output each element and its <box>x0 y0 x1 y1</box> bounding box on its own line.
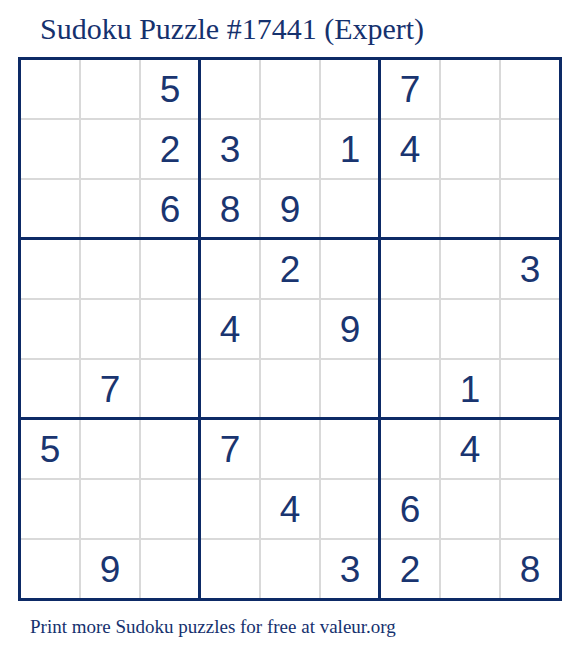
cell-r8-c5: 4 <box>261 480 319 538</box>
cell-r7-c6 <box>321 420 379 478</box>
cell-r1-c8 <box>441 60 499 118</box>
cell-r9-c3 <box>141 540 199 598</box>
cell-r6-c8: 1 <box>441 360 499 418</box>
cell-r8-c7: 6 <box>381 480 439 538</box>
cell-r5-c7 <box>381 300 439 358</box>
cell-r9-c2: 9 <box>81 540 139 598</box>
cell-r1-c1 <box>21 60 79 118</box>
cell-r3-c8 <box>441 180 499 238</box>
cell-r9-c6: 3 <box>321 540 379 598</box>
cell-r6-c9 <box>501 360 559 418</box>
cell-r7-c8: 4 <box>441 420 499 478</box>
cell-r2-c8 <box>441 120 499 178</box>
cell-r9-c9: 8 <box>501 540 559 598</box>
cell-r5-c4: 4 <box>201 300 259 358</box>
cell-r3-c6 <box>321 180 379 238</box>
cell-r9-c5 <box>261 540 319 598</box>
cell-r4-c4 <box>201 240 259 298</box>
cell-r8-c9 <box>501 480 559 538</box>
cell-r8-c8 <box>441 480 499 538</box>
cell-r5-c9 <box>501 300 559 358</box>
cell-r1-c7: 7 <box>381 60 439 118</box>
cell-r1-c9 <box>501 60 559 118</box>
cell-r5-c1 <box>21 300 79 358</box>
cell-r2-c6: 1 <box>321 120 379 178</box>
cell-r8-c3 <box>141 480 199 538</box>
cell-r3-c7 <box>381 180 439 238</box>
cell-r9-c7: 2 <box>381 540 439 598</box>
cell-r3-c5: 9 <box>261 180 319 238</box>
footer-text: Print more Sudoku puzzles for free at va… <box>30 616 396 638</box>
cell-r4-c9: 3 <box>501 240 559 298</box>
cell-r6-c3 <box>141 360 199 418</box>
cell-r2-c5 <box>261 120 319 178</box>
cell-r4-c1 <box>21 240 79 298</box>
cell-r7-c5 <box>261 420 319 478</box>
cell-r6-c6 <box>321 360 379 418</box>
cell-r6-c4 <box>201 360 259 418</box>
cell-r5-c3 <box>141 300 199 358</box>
cell-r2-c7: 4 <box>381 120 439 178</box>
cell-r1-c4 <box>201 60 259 118</box>
cell-r4-c6 <box>321 240 379 298</box>
cell-r4-c8 <box>441 240 499 298</box>
cell-r4-c5: 2 <box>261 240 319 298</box>
cell-r1-c5 <box>261 60 319 118</box>
box-divider-horizontal-1 <box>21 237 559 240</box>
cell-r4-c7 <box>381 240 439 298</box>
cell-r8-c4 <box>201 480 259 538</box>
cell-r6-c2: 7 <box>81 360 139 418</box>
cell-r7-c3 <box>141 420 199 478</box>
cell-r5-c2 <box>81 300 139 358</box>
cell-r5-c8 <box>441 300 499 358</box>
cell-r4-c2 <box>81 240 139 298</box>
cell-r7-c1: 5 <box>21 420 79 478</box>
cell-r5-c6: 9 <box>321 300 379 358</box>
cell-r8-c1 <box>21 480 79 538</box>
cell-r5-c5 <box>261 300 319 358</box>
cell-r9-c8 <box>441 540 499 598</box>
cell-r2-c9 <box>501 120 559 178</box>
box-divider-horizontal-2 <box>21 417 559 420</box>
cell-r7-c9 <box>501 420 559 478</box>
cell-r9-c1 <box>21 540 79 598</box>
cell-r8-c6 <box>321 480 379 538</box>
box-divider-vertical-2 <box>378 60 381 598</box>
cell-r8-c2 <box>81 480 139 538</box>
cell-r2-c2 <box>81 120 139 178</box>
cell-r7-c4: 7 <box>201 420 259 478</box>
cell-r2-c1 <box>21 120 79 178</box>
cell-r2-c3: 2 <box>141 120 199 178</box>
page-title: Sudoku Puzzle #17441 (Expert) <box>40 12 424 46</box>
cell-r9-c4 <box>201 540 259 598</box>
cell-r3-c1 <box>21 180 79 238</box>
cell-r6-c7 <box>381 360 439 418</box>
cell-r2-c4: 3 <box>201 120 259 178</box>
box-divider-vertical-1 <box>198 60 201 598</box>
cell-r6-c5 <box>261 360 319 418</box>
cell-r6-c1 <box>21 360 79 418</box>
cell-r3-c2 <box>81 180 139 238</box>
cell-r7-c7 <box>381 420 439 478</box>
sudoku-board: 572314689234971574469328 <box>18 57 562 601</box>
cell-r3-c4: 8 <box>201 180 259 238</box>
cell-r1-c6 <box>321 60 379 118</box>
cell-r1-c3: 5 <box>141 60 199 118</box>
cell-r3-c9 <box>501 180 559 238</box>
cell-r7-c2 <box>81 420 139 478</box>
cell-r1-c2 <box>81 60 139 118</box>
cell-r3-c3: 6 <box>141 180 199 238</box>
cell-r4-c3 <box>141 240 199 298</box>
